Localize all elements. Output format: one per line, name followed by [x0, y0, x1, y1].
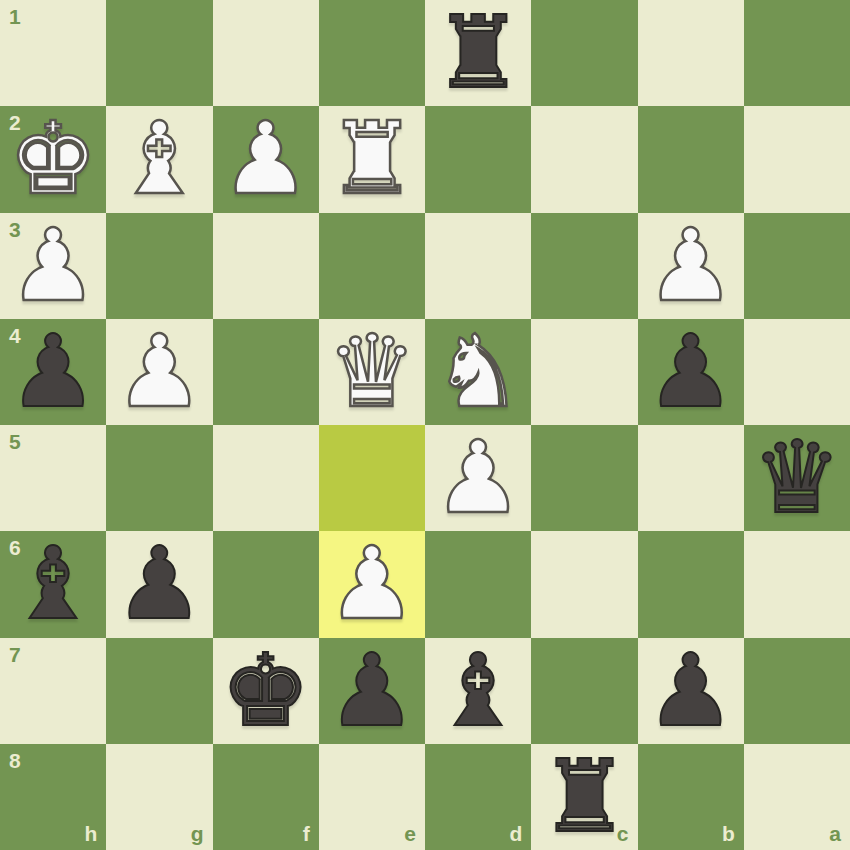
square-f1[interactable]	[213, 0, 319, 106]
square-b7[interactable]: ♟	[638, 638, 744, 744]
file-label-a: a	[829, 822, 841, 846]
square-a4[interactable]	[744, 319, 850, 425]
square-a1[interactable]	[744, 0, 850, 106]
square-c5[interactable]	[531, 425, 637, 531]
piece-white-pawn[interactable]: ♟	[433, 425, 523, 531]
piece-black-pawn[interactable]: ♟	[8, 319, 98, 425]
square-d8[interactable]: d	[425, 744, 531, 850]
square-c8[interactable]: c♜	[531, 744, 637, 850]
square-b5[interactable]	[638, 425, 744, 531]
square-h7[interactable]: 7	[0, 638, 106, 744]
square-a8[interactable]: a	[744, 744, 850, 850]
piece-white-queen[interactable]: ♛	[327, 319, 417, 425]
square-e4[interactable]: ♛	[319, 319, 425, 425]
square-c1[interactable]	[531, 0, 637, 106]
rank-label-1: 1	[9, 5, 21, 29]
square-g8[interactable]: g	[106, 744, 212, 850]
square-h6[interactable]: 6♝	[0, 531, 106, 637]
file-label-f: f	[303, 822, 310, 846]
square-f4[interactable]	[213, 319, 319, 425]
square-f8[interactable]: f	[213, 744, 319, 850]
square-b2[interactable]	[638, 106, 744, 212]
square-h2[interactable]: 2♚	[0, 106, 106, 212]
square-g4[interactable]: ♟	[106, 319, 212, 425]
piece-black-queen[interactable]: ♛	[752, 425, 842, 531]
rank-label-7: 7	[9, 643, 21, 667]
piece-black-pawn[interactable]: ♟	[327, 638, 417, 744]
piece-white-bishop[interactable]: ♝	[115, 106, 205, 212]
square-d5[interactable]: ♟	[425, 425, 531, 531]
file-label-b: b	[722, 822, 735, 846]
square-g5[interactable]	[106, 425, 212, 531]
piece-white-king[interactable]: ♚	[8, 106, 98, 212]
square-g3[interactable]	[106, 213, 212, 319]
square-f6[interactable]	[213, 531, 319, 637]
square-h4[interactable]: 4♟	[0, 319, 106, 425]
square-c3[interactable]	[531, 213, 637, 319]
square-a3[interactable]	[744, 213, 850, 319]
square-b8[interactable]: b	[638, 744, 744, 850]
square-b6[interactable]	[638, 531, 744, 637]
piece-black-rook[interactable]: ♜	[540, 744, 630, 850]
square-c7[interactable]	[531, 638, 637, 744]
piece-white-rook[interactable]: ♜	[327, 106, 417, 212]
square-g2[interactable]: ♝	[106, 106, 212, 212]
piece-white-pawn[interactable]: ♟	[221, 106, 311, 212]
square-c6[interactable]	[531, 531, 637, 637]
rank-label-5: 5	[9, 430, 21, 454]
rank-label-8: 8	[9, 749, 21, 773]
square-d4[interactable]: ♞	[425, 319, 531, 425]
piece-black-rook[interactable]: ♜	[433, 0, 523, 106]
chess-board-container: 1♜2♚♝♟♜3♟♟4♟♟♛♞♟5♟♛6♝♟♟7♚♟♝♟8hgfedc♜ba	[0, 0, 850, 850]
file-label-e: e	[404, 822, 416, 846]
square-a6[interactable]	[744, 531, 850, 637]
square-h3[interactable]: 3♟	[0, 213, 106, 319]
square-f2[interactable]: ♟	[213, 106, 319, 212]
square-e7[interactable]: ♟	[319, 638, 425, 744]
square-a7[interactable]	[744, 638, 850, 744]
square-e5[interactable]	[319, 425, 425, 531]
piece-white-pawn[interactable]: ♟	[327, 531, 417, 637]
piece-black-king[interactable]: ♚	[221, 638, 311, 744]
square-e8[interactable]: e	[319, 744, 425, 850]
piece-white-pawn[interactable]: ♟	[646, 213, 736, 319]
square-b4[interactable]: ♟	[638, 319, 744, 425]
square-g7[interactable]	[106, 638, 212, 744]
piece-black-bishop[interactable]: ♝	[433, 638, 523, 744]
square-b1[interactable]	[638, 0, 744, 106]
square-d1[interactable]: ♜	[425, 0, 531, 106]
piece-white-knight[interactable]: ♞	[433, 319, 523, 425]
square-g1[interactable]	[106, 0, 212, 106]
chess-board: 1♜2♚♝♟♜3♟♟4♟♟♛♞♟5♟♛6♝♟♟7♚♟♝♟8hgfedc♜ba	[0, 0, 850, 850]
square-d3[interactable]	[425, 213, 531, 319]
piece-black-pawn[interactable]: ♟	[646, 319, 736, 425]
piece-black-pawn[interactable]: ♟	[115, 531, 205, 637]
square-c4[interactable]	[531, 319, 637, 425]
square-e6[interactable]: ♟	[319, 531, 425, 637]
square-h1[interactable]: 1	[0, 0, 106, 106]
square-h8[interactable]: 8h	[0, 744, 106, 850]
square-f7[interactable]: ♚	[213, 638, 319, 744]
piece-white-pawn[interactable]: ♟	[8, 213, 98, 319]
piece-white-pawn[interactable]: ♟	[115, 319, 205, 425]
square-d2[interactable]	[425, 106, 531, 212]
square-e2[interactable]: ♜	[319, 106, 425, 212]
file-label-g: g	[191, 822, 204, 846]
file-label-d: d	[509, 822, 522, 846]
square-a5[interactable]: ♛	[744, 425, 850, 531]
piece-black-pawn[interactable]: ♟	[646, 638, 736, 744]
square-f3[interactable]	[213, 213, 319, 319]
square-e3[interactable]	[319, 213, 425, 319]
piece-black-bishop[interactable]: ♝	[8, 531, 98, 637]
square-g6[interactable]: ♟	[106, 531, 212, 637]
square-h5[interactable]: 5	[0, 425, 106, 531]
file-label-h: h	[84, 822, 97, 846]
square-c2[interactable]	[531, 106, 637, 212]
square-e1[interactable]	[319, 0, 425, 106]
square-a2[interactable]	[744, 106, 850, 212]
square-f5[interactable]	[213, 425, 319, 531]
square-b3[interactable]: ♟	[638, 213, 744, 319]
square-d6[interactable]	[425, 531, 531, 637]
square-d7[interactable]: ♝	[425, 638, 531, 744]
